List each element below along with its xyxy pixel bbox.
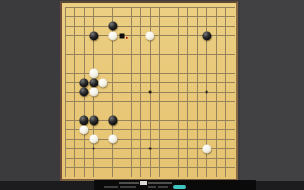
progress-marker (140, 181, 147, 185)
status-text-3 (148, 186, 156, 189)
star-point (149, 91, 152, 94)
teal-button[interactable] (173, 185, 186, 189)
left-letterbox (0, 0, 60, 190)
square-marker (119, 33, 124, 38)
right-letterbox (240, 0, 304, 190)
go-board[interactable] (60, 1, 238, 181)
caption-text-left (119, 182, 139, 185)
star-point (149, 147, 152, 150)
status-text-4 (158, 186, 168, 189)
caption-text-right (148, 182, 172, 185)
bottom-overlay-bar (94, 180, 256, 190)
status-text-1 (104, 186, 118, 189)
status-text-2 (120, 186, 136, 189)
star-point (92, 147, 95, 150)
star-point (205, 91, 208, 94)
video-frame (0, 0, 304, 190)
